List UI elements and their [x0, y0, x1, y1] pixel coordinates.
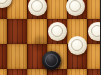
board-square-c0r3[interactable]: [0, 69, 7, 75]
checker-black[interactable]: [42, 51, 61, 70]
board-square-c2r3[interactable]: [27, 69, 47, 75]
checkers-board-view: [0, 0, 100, 75]
piece-shadow-marker: [32, 35, 49, 52]
board-square-c0r2[interactable]: [0, 44, 7, 69]
board-square-c3r3[interactable]: [47, 69, 67, 75]
board-square-c1r1[interactable]: [7, 19, 27, 44]
board-square-c4r3[interactable]: [67, 69, 87, 75]
checker-white[interactable]: [88, 22, 101, 41]
board-square-c0r1[interactable]: [0, 19, 7, 44]
checker-white[interactable]: [66, 0, 85, 16]
board-square-c1r3[interactable]: [7, 69, 27, 75]
board-square-c5r3[interactable]: [87, 69, 100, 75]
checker-white[interactable]: [48, 22, 67, 41]
board-square-c3r0[interactable]: [47, 0, 67, 19]
checker-white[interactable]: [68, 36, 87, 55]
board-square-c5r2[interactable]: [87, 44, 100, 69]
checker-white[interactable]: [28, 0, 47, 16]
board-square-c1r2[interactable]: [7, 44, 27, 69]
board-square-c5r0[interactable]: [87, 0, 100, 19]
